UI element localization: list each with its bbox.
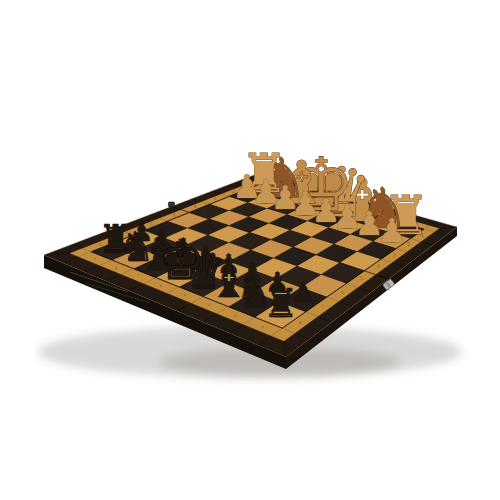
piece-white-p-h2[interactable]: ♟ xyxy=(232,168,261,206)
coord-label: h xyxy=(94,256,97,261)
coord-label: 7 xyxy=(321,304,324,309)
chess-set-photo: hh88gg77ff66ee55dd44cc33bb22aa11♜♞♝♛♚♝♞♜… xyxy=(0,0,500,500)
hinge xyxy=(168,202,174,207)
coord-label: 3 xyxy=(214,195,217,201)
coord-label: 8 xyxy=(299,320,302,325)
coord-label: 5 xyxy=(360,276,363,281)
coord-label: 5 xyxy=(173,213,176,218)
coord-label: 4 xyxy=(194,203,197,209)
coord-label: 4 xyxy=(377,263,380,269)
piece-black-r-h8[interactable]: ♜ xyxy=(98,216,134,262)
coord-label: 6 xyxy=(341,290,344,295)
coord-label: 3 xyxy=(393,252,396,258)
board-scene: hh88gg77ff66ee55dd44cc33bb22aa11♜♞♝♛♚♝♞♜… xyxy=(0,0,500,500)
